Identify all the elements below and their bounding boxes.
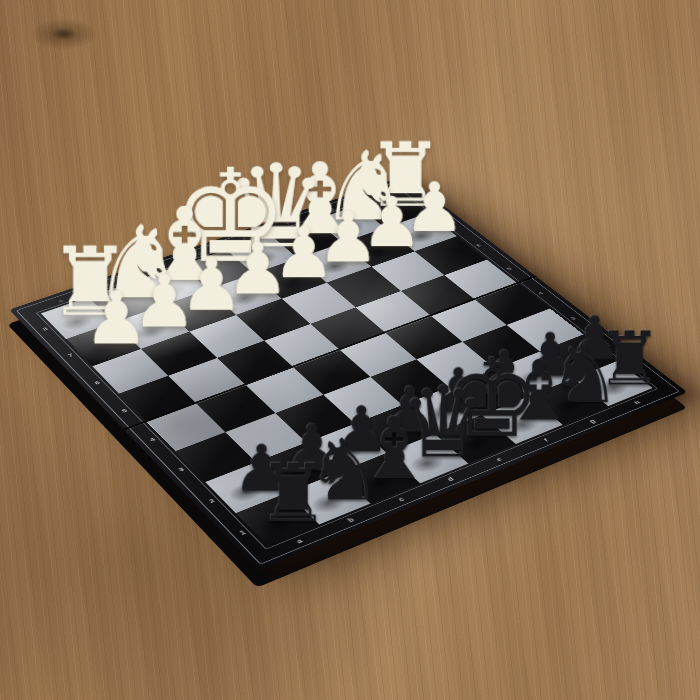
wood-table-background: ♜♞♝♚♛♝♞♜♟♟♟♟♟♟♟♟♟♟♟♟♟♟♟♟♜♞♝♛♚♝♞♜88776655… <box>0 0 700 700</box>
chess-board: ♜♞♝♚♛♝♞♜♟♟♟♟♟♟♟♟♟♟♟♟♟♟♟♟♜♞♝♛♚♝♞♜88776655… <box>9 176 687 570</box>
black-rook[interactable]: ♜ <box>257 453 329 533</box>
white-pawn[interactable]: ♟ <box>83 283 148 356</box>
square-f5[interactable] <box>356 291 431 333</box>
playing-area: ♜♞♝♚♛♝♞♜♟♟♟♟♟♟♟♟♟♟♟♟♟♟♟♟♜♞♝♛♚♝♞♜88776655… <box>41 191 653 546</box>
